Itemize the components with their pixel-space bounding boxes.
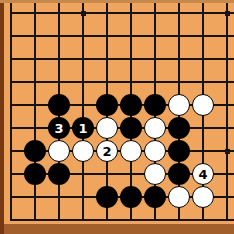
- white-stone: [168, 186, 190, 208]
- white-stone: [192, 94, 214, 116]
- black-stone-move-3: 3: [48, 117, 70, 139]
- move-number-label: 3: [54, 122, 63, 135]
- white-stone: [120, 140, 142, 162]
- white-stone: [144, 117, 166, 139]
- white-stone-move-4: 4: [192, 163, 214, 185]
- star-point: [81, 11, 86, 16]
- black-stone: [144, 94, 166, 116]
- black-stone: [168, 140, 190, 162]
- black-stone: [24, 163, 46, 185]
- move-number-label: 4: [198, 168, 207, 181]
- white-stone: [192, 186, 214, 208]
- move-number-label: 2: [102, 145, 111, 158]
- black-stone: [96, 94, 118, 116]
- grid-line-horizontal-10: [10, 219, 234, 221]
- black-stone: [120, 117, 142, 139]
- grid-line-horizontal-2: [10, 35, 234, 37]
- star-point: [225, 11, 230, 16]
- grid-line-horizontal-1: [10, 12, 234, 14]
- white-stone: [48, 140, 70, 162]
- move-number-label: 1: [78, 122, 87, 135]
- white-stone: [168, 94, 190, 116]
- board-bottom-shadow: [0, 224, 234, 234]
- white-stone: [144, 140, 166, 162]
- black-stone: [24, 140, 46, 162]
- board-left-shadow: [0, 2, 4, 234]
- black-stone-move-1: 1: [72, 117, 94, 139]
- black-stone: [144, 186, 166, 208]
- go-board-diagram: 3124: [0, 0, 234, 234]
- black-stone: [96, 186, 118, 208]
- black-stone: [48, 94, 70, 116]
- black-stone: [48, 163, 70, 185]
- white-stone: [144, 163, 166, 185]
- grid-line-horizontal-3: [10, 58, 234, 60]
- black-stone: [168, 117, 190, 139]
- white-stone-move-2: 2: [96, 140, 118, 162]
- white-stone: [96, 117, 118, 139]
- black-stone: [168, 163, 190, 185]
- black-stone: [120, 94, 142, 116]
- grid-line-horizontal-4: [10, 81, 234, 83]
- black-stone: [120, 186, 142, 208]
- star-point: [225, 149, 230, 154]
- white-stone: [72, 140, 94, 162]
